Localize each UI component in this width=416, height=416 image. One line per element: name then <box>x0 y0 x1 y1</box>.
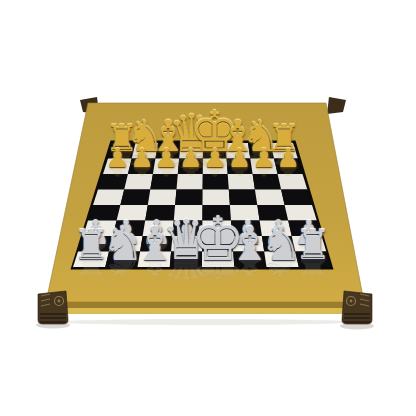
square-c4 <box>145 205 175 221</box>
square-f4 <box>230 205 260 221</box>
square-e8 <box>203 143 227 159</box>
board-bevel <box>45 302 365 308</box>
square-a7 <box>103 159 132 175</box>
square-b4 <box>117 205 148 221</box>
square-b6 <box>124 174 153 190</box>
square-g6 <box>253 174 282 190</box>
square-e1 <box>202 252 234 268</box>
square-a1 <box>73 252 109 268</box>
chess-set-photo: ♜♞♝♛♚♝♞♜♟♟♟♟♟♟♟♟♟♟♟♟♟♟♟♟♜♞♝♛♚♝♞♜ ♜♞♝♛♚♝♞… <box>0 0 416 416</box>
square-d5 <box>175 190 203 206</box>
square-b2 <box>109 236 143 252</box>
square-b1 <box>105 252 140 268</box>
square-a4 <box>88 205 120 221</box>
square-f8 <box>226 143 251 159</box>
square-e4 <box>202 205 231 221</box>
square-b8 <box>132 143 158 159</box>
square-f5 <box>229 190 257 206</box>
square-h6 <box>278 174 308 190</box>
square-b5 <box>120 190 150 206</box>
square-a6 <box>98 174 128 190</box>
square-e7 <box>203 159 228 175</box>
square-h2 <box>292 236 327 252</box>
board-foot-bottom-left <box>38 291 68 324</box>
square-g4 <box>257 205 288 221</box>
square-b7 <box>128 159 155 175</box>
square-d2 <box>171 236 202 252</box>
square-a5 <box>93 190 124 206</box>
square-g7 <box>250 159 277 175</box>
square-h3 <box>288 221 321 237</box>
square-d6 <box>177 174 203 190</box>
square-e6 <box>203 174 229 190</box>
square-h4 <box>285 205 317 221</box>
square-e2 <box>202 236 233 252</box>
board-foot-bottom-right <box>342 291 372 324</box>
square-d7 <box>178 159 203 175</box>
square-f3 <box>231 221 262 237</box>
square-d3 <box>172 221 202 237</box>
square-g3 <box>260 221 292 237</box>
square-h8 <box>271 143 298 159</box>
square-c2 <box>140 236 172 252</box>
square-b3 <box>113 221 145 237</box>
square-h7 <box>274 159 303 175</box>
square-c6 <box>150 174 178 190</box>
square-f7 <box>227 159 253 175</box>
board-shadow <box>60 319 350 325</box>
square-c7 <box>153 159 179 175</box>
square-a2 <box>78 236 113 252</box>
square-h5 <box>281 190 312 206</box>
square-e3 <box>202 221 232 237</box>
square-f6 <box>228 174 255 190</box>
square-f1 <box>233 252 266 268</box>
square-g5 <box>255 190 285 206</box>
square-f2 <box>232 236 264 252</box>
square-a3 <box>83 221 117 237</box>
square-d4 <box>174 205 203 221</box>
square-g8 <box>248 143 274 159</box>
square-c3 <box>143 221 174 237</box>
square-d1 <box>170 252 202 268</box>
board-front-edge <box>44 308 366 314</box>
square-g2 <box>262 236 295 252</box>
board-foot-top-right <box>327 97 346 114</box>
square-c5 <box>148 190 177 206</box>
square-g1 <box>264 252 299 268</box>
square-d8 <box>179 143 203 159</box>
square-c1 <box>138 252 172 268</box>
square-e5 <box>203 190 230 206</box>
chess-board <box>0 0 416 416</box>
square-h1 <box>295 252 331 268</box>
squares <box>73 143 331 267</box>
square-c8 <box>155 143 180 159</box>
